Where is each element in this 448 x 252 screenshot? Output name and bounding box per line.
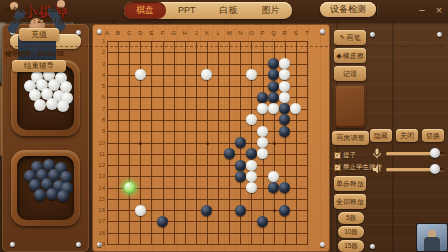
screw-icon [437,32,442,37]
white-stone[interactable] [279,92,290,103]
screw-icon [10,242,15,247]
microphone-volume-row [372,147,444,159]
tutor-time-line: 辅导时间：00:00:58 [5,50,64,59]
hoshi-point [206,142,209,145]
black-stone[interactable] [201,205,212,216]
switch-video-button[interactable]: 切换 [422,129,444,142]
board-col-label: M [225,30,233,36]
hide-video-button[interactable]: 隐藏 [370,129,392,142]
board-row-label: 17 [96,218,105,224]
black-stone[interactable] [279,205,290,216]
board-col-label: L [214,30,222,36]
tab-白板[interactable]: 白板 [208,2,250,19]
eraser-tool-button[interactable]: ◆橡皮擦 [334,48,366,63]
board-row-label: 19 [96,241,105,247]
board-col-label: G [170,30,178,36]
white-bowl-stone [57,100,69,112]
speaker-slider-knob[interactable] [430,164,440,174]
board-col-label: B [114,30,122,36]
recharge-button[interactable]: 充值 [19,28,59,41]
black-stone[interactable] [257,216,268,227]
black-stone[interactable] [279,103,290,114]
board-row-label: 5 [96,83,105,89]
board-row-label: 2 [96,49,105,55]
pen-tool-button[interactable]: ✎画笔 [334,30,366,45]
board-row-label: 4 [96,72,105,78]
microphone-icon [372,148,382,159]
white-stone[interactable] [135,205,146,216]
black-stone[interactable] [235,205,246,216]
white-stone[interactable] [246,182,257,193]
white-stone[interactable] [257,148,268,159]
hoshi-point [139,142,142,145]
board-col-label: S [292,30,300,36]
board-eraser-tray[interactable] [334,84,366,128]
tab-PPT[interactable]: PPT [166,2,208,19]
board-row-label: 16 [96,207,105,213]
single-step-release-button[interactable]: 单步释放 [334,176,366,191]
mode-tabbar: 棋盘PPT白板图片 [124,2,292,19]
black-stone[interactable] [235,171,246,182]
quiz-5-button[interactable]: 5题 [338,212,364,224]
release-all-button[interactable]: 全部释放 [334,194,366,209]
board-row-label: 12 [96,162,105,168]
screen-adjust-button[interactable]: 画面调整 [332,131,369,145]
white-stone[interactable] [257,103,268,114]
black-stone[interactable] [157,216,168,227]
board-col-label: T [303,30,311,36]
board-row-label: 6 [96,94,105,100]
white-stone[interactable] [135,69,146,80]
white-stone[interactable] [246,69,257,80]
board-col-label: D [136,30,144,36]
board-col-label: K [203,30,211,36]
white-bowl-stone [34,99,46,111]
screw-icon [76,242,81,247]
board-col-label: F [159,30,167,36]
board-row-label: 9 [96,128,105,134]
black-stone-bowl[interactable] [11,150,80,226]
white-stone-last-move[interactable] [124,182,135,193]
white-stone[interactable] [257,137,268,148]
board-col-label: A [103,30,111,36]
black-stone[interactable] [246,148,257,159]
board-col-label: Q [270,30,278,36]
minimize-button[interactable]: − [414,2,430,18]
white-stone[interactable] [279,81,290,92]
pencil-icon: ✎ [340,30,346,45]
board-col-label: C [125,30,133,36]
quiz-15-button[interactable]: 15题 [338,240,364,252]
board-row-label: 13 [96,173,105,179]
board-row-label: 3 [96,61,105,67]
quiz-10-button[interactable]: 10题 [338,226,364,238]
board-col-label: P [259,30,267,36]
black-stone[interactable] [268,69,279,80]
capture-stones-label: 提子 [343,151,356,160]
close-button[interactable]: × [431,2,447,18]
board-row-label: 8 [96,117,105,123]
go-board: ABCDEFGHJKLMNOPQRST123456789101112131415… [92,24,330,252]
board-col-label: R [281,30,289,36]
speaker-icon [372,164,382,175]
black-bowl-stone [34,189,46,201]
black-stone[interactable] [235,160,246,171]
board-col-label: N [236,30,244,36]
white-stone[interactable] [279,58,290,69]
board-row-label: 18 [96,230,105,236]
screw-icon [370,244,375,249]
screw-icon [370,32,375,37]
screw-icon [320,29,325,34]
board-row-label: 7 [96,106,105,112]
black-bowl-stone [57,190,69,202]
checkbox-icon[interactable]: ✓ [334,164,341,171]
white-stone[interactable] [257,126,268,137]
board-col-label: O [247,30,255,36]
board-grid[interactable]: ABCDEFGHJKLMNOPQRST123456789101112131415… [107,41,308,245]
black-stone[interactable] [257,92,268,103]
white-stone[interactable] [290,103,301,114]
balance-line: 账户金额：683.56元 [5,6,64,15]
white-stone[interactable] [279,69,290,80]
white-stone[interactable] [246,160,257,171]
record-moves-button[interactable]: 记谱 [334,66,366,81]
app-window: 小棋神 棋盘PPT白板图片 设备检测 − × 棋子 ABCDEFGHJKLMNO… [0,0,448,252]
end-tutoring-button[interactable]: 结束辅导 [12,60,66,72]
hoshi-point [273,209,276,212]
board-row-label: 14 [96,185,105,191]
white-stone[interactable] [246,171,257,182]
topbar-divider [376,4,377,16]
board-row-label: 1 [96,38,105,44]
checkbox-icon[interactable]: ✓ [334,152,341,159]
hoshi-point [273,142,276,145]
speaker-slider[interactable] [386,168,444,171]
black-stone[interactable] [268,92,279,103]
board-col-label: E [147,30,155,36]
board-col-label: H [181,30,189,36]
device-check-button[interactable]: 设备检测 [320,2,376,17]
price-line: 辅导价格：2.8元 / 分钟 [5,17,71,26]
black-stone[interactable] [224,148,235,159]
white-stone[interactable] [268,171,279,182]
black-stone[interactable] [268,58,279,69]
white-stone[interactable] [268,103,279,114]
board-row-label: 11 [96,151,105,157]
black-stone[interactable] [279,182,290,193]
speaker-volume-row [372,163,444,175]
account-divider [5,46,443,47]
black-stone[interactable] [268,81,279,92]
black-stone[interactable] [279,114,290,125]
board-col-label: J [192,30,200,36]
black-stone[interactable] [279,126,290,137]
board-row-label: 15 [96,196,105,202]
tab-棋盘[interactable]: 棋盘 [124,2,166,19]
microphone-slider-knob[interactable] [430,148,440,158]
white-stone[interactable] [246,114,257,125]
board-row-label: 10 [96,140,105,146]
eraser-icon: ◆ [336,48,341,63]
microphone-slider[interactable] [386,152,444,155]
screw-icon [97,29,102,34]
white-stone[interactable] [201,69,212,80]
tab-图片[interactable]: 图片 [250,2,292,19]
black-stone[interactable] [235,137,246,148]
screw-icon [320,242,325,247]
black-stone[interactable] [268,182,279,193]
close-video-button[interactable]: 关闭 [396,129,418,142]
